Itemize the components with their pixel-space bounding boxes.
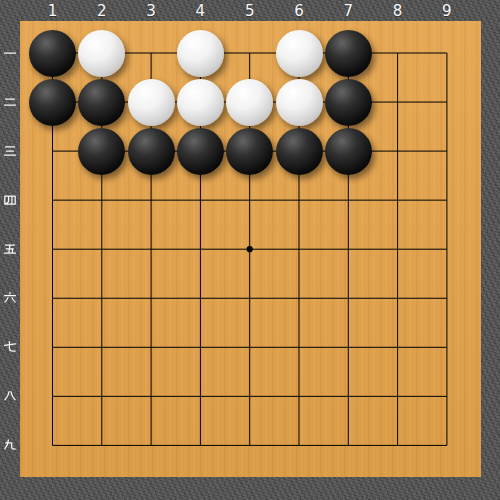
white-stone [226, 79, 273, 126]
star-point [247, 246, 253, 252]
column-label: 6 [294, 3, 304, 19]
column-label: 9 [442, 3, 452, 19]
row-label-glyph [3, 95, 17, 109]
black-stone [325, 30, 372, 77]
row-label-glyph [3, 291, 17, 305]
white-stone [276, 30, 323, 77]
row-label-glyph [3, 438, 17, 452]
black-stone [29, 79, 76, 126]
column-label: 4 [196, 3, 206, 19]
column-label: 8 [393, 3, 403, 19]
row-label [1, 241, 18, 257]
column-label: 1 [48, 3, 58, 19]
black-stone [78, 79, 125, 126]
black-stone [177, 128, 224, 175]
row-label [1, 94, 18, 110]
row-label-glyph [3, 193, 17, 207]
row-label [1, 143, 18, 159]
row-label [1, 192, 18, 208]
row-label [1, 45, 18, 61]
white-stone [128, 79, 175, 126]
row-label [1, 339, 18, 355]
go-board[interactable] [20, 21, 481, 477]
black-stone [128, 128, 175, 175]
row-label-glyph [3, 242, 17, 256]
white-stone [177, 79, 224, 126]
white-stone [276, 79, 323, 126]
white-stone [177, 30, 224, 77]
black-stone [276, 128, 323, 175]
column-label: 2 [97, 3, 107, 19]
row-label [1, 437, 18, 453]
row-label-glyph [3, 144, 17, 158]
row-label-glyph [3, 340, 17, 354]
row-label-glyph [3, 46, 17, 60]
column-label: 3 [146, 3, 156, 19]
row-label-glyph [3, 389, 17, 403]
row-label [1, 388, 18, 404]
row-label [1, 290, 18, 306]
black-stone [226, 128, 273, 175]
black-stone [325, 79, 372, 126]
go-diagram: 123456789 [0, 0, 500, 500]
black-stone [78, 128, 125, 175]
black-stone [29, 30, 76, 77]
column-label: 5 [245, 3, 255, 19]
black-stone [325, 128, 372, 175]
white-stone [78, 30, 125, 77]
column-label: 7 [344, 3, 354, 19]
